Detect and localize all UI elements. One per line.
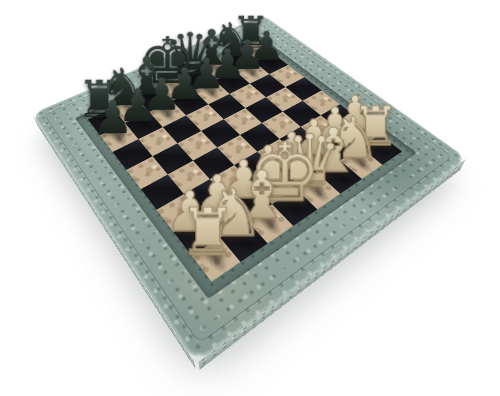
scene-viewport: ♜♟♟♜♞♟♟♞♝♟♟♝♛♟♟♛♚♟♟♚♝♟♟♝♞♟♟♞♜♟♟♜ (0, 0, 500, 396)
white-rook-glyph: ♜ (157, 199, 258, 264)
chess-board: ♜♟♟♜♞♟♟♞♝♟♟♝♛♟♟♛♚♟♟♚♝♟♟♝♞♟♟♞♜♟♟♜ (32, 15, 467, 364)
product-photo: ♜♟♟♜♞♟♟♞♝♟♟♝♛♟♟♛♚♟♟♚♝♟♟♝♞♟♟♞♜♟♟♜ (0, 0, 500, 396)
black-pawn-glyph: ♟ (72, 94, 153, 141)
